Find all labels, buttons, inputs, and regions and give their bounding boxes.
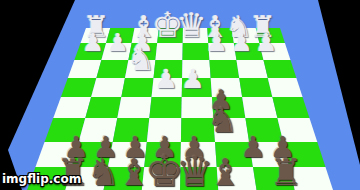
square-e5[interactable] bbox=[149, 97, 181, 118]
square-f5[interactable] bbox=[117, 97, 151, 118]
black-rook-a8[interactable]: ♜ bbox=[270, 155, 303, 190]
white-pawn-h2[interactable]: ♟ bbox=[82, 31, 104, 56]
black-knight-g8[interactable]: ♞ bbox=[87, 155, 120, 190]
white-pawn-a2[interactable]: ♟ bbox=[255, 31, 277, 56]
square-g3[interactable] bbox=[96, 60, 128, 78]
white-pawn-g2[interactable]: ♟ bbox=[107, 31, 129, 56]
chess-3d-scene: ♜♝♚♛♝♞♜♟♟♟♟♟♟♞♟♟♟♞♟♟♟♟♟♟♟♜♞♝♚♛♝♜ imgflip… bbox=[0, 0, 360, 190]
white-pawn-e4[interactable]: ♟ bbox=[154, 66, 178, 92]
black-knight-c6[interactable]: ♞ bbox=[207, 103, 238, 138]
square-e2[interactable] bbox=[155, 43, 182, 60]
black-bishop-c8[interactable]: ♝ bbox=[209, 155, 242, 190]
square-f4[interactable] bbox=[121, 78, 153, 97]
square-b3[interactable] bbox=[236, 60, 267, 78]
square-g4[interactable] bbox=[91, 78, 125, 97]
square-b5[interactable] bbox=[242, 97, 277, 118]
square-c3[interactable] bbox=[209, 60, 239, 78]
white-pawn-c2[interactable]: ♟ bbox=[206, 31, 228, 56]
white-pawn-d4[interactable]: ♟ bbox=[181, 66, 205, 92]
black-pawn-b7[interactable]: ♟ bbox=[240, 133, 266, 162]
square-g5[interactable] bbox=[85, 97, 121, 118]
white-pawn-b2[interactable]: ♟ bbox=[230, 31, 252, 56]
imgflip-watermark: imgflip.com bbox=[2, 172, 81, 186]
white-knight-f3[interactable]: ♞ bbox=[127, 43, 156, 75]
square-b4[interactable] bbox=[239, 78, 272, 97]
